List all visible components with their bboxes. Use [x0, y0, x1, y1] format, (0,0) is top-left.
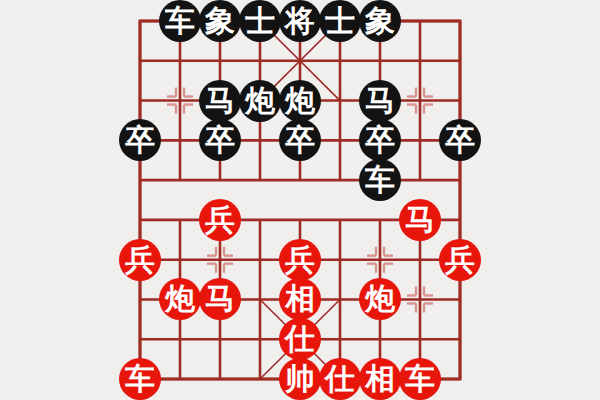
piece-black-soldier[interactable]: 卒: [119, 119, 161, 161]
piece-black-soldier[interactable]: 卒: [279, 119, 321, 161]
piece-red-horse[interactable]: 马: [399, 199, 441, 241]
piece-black-cannon[interactable]: 炮: [279, 80, 321, 122]
piece-black-horse[interactable]: 马: [359, 80, 401, 122]
piece-red-soldier[interactable]: 兵: [279, 239, 321, 281]
piece-red-general[interactable]: 帅: [279, 358, 321, 400]
piece-black-soldier[interactable]: 卒: [199, 119, 241, 161]
piece-black-soldier[interactable]: 卒: [439, 119, 481, 161]
piece-red-advisor[interactable]: 仕: [319, 358, 361, 400]
piece-red-advisor[interactable]: 仕: [279, 318, 321, 360]
piece-red-elephant[interactable]: 相: [359, 358, 401, 400]
piece-black-horse[interactable]: 马: [199, 80, 241, 122]
pieces-layer: 车象士将士象马炮炮马卒卒卒卒卒车兵马兵兵兵炮马相炮仕车帅仕相车: [0, 0, 600, 400]
piece-red-soldier[interactable]: 兵: [199, 199, 241, 241]
piece-red-cannon[interactable]: 炮: [359, 278, 401, 320]
piece-black-chariot[interactable]: 车: [359, 159, 401, 201]
piece-red-cannon[interactable]: 炮: [159, 278, 201, 320]
piece-black-cannon[interactable]: 炮: [239, 80, 281, 122]
piece-red-soldier[interactable]: 兵: [119, 239, 161, 281]
piece-red-chariot[interactable]: 车: [119, 358, 161, 400]
piece-black-soldier[interactable]: 卒: [359, 119, 401, 161]
piece-black-elephant[interactable]: 象: [359, 0, 401, 42]
piece-black-elephant[interactable]: 象: [199, 0, 241, 42]
xiangqi-app: 车象士将士象马炮炮马卒卒卒卒卒车兵马兵兵兵炮马相炮仕车帅仕相车: [0, 0, 600, 400]
piece-black-chariot[interactable]: 车: [159, 0, 201, 42]
piece-red-chariot[interactable]: 车: [399, 358, 441, 400]
piece-black-advisor[interactable]: 士: [239, 0, 281, 42]
piece-black-advisor[interactable]: 士: [319, 0, 361, 42]
piece-red-soldier[interactable]: 兵: [439, 239, 481, 281]
piece-black-general[interactable]: 将: [279, 0, 321, 42]
piece-red-horse[interactable]: 马: [199, 278, 241, 320]
piece-red-elephant[interactable]: 相: [279, 278, 321, 320]
